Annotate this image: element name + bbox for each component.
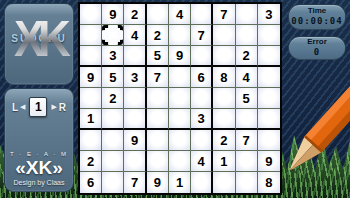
cell-r5c4[interactable] bbox=[147, 88, 169, 109]
cell-r4c2[interactable]: 5 bbox=[102, 67, 124, 88]
cell-r2c1[interactable] bbox=[80, 25, 102, 46]
cell-r5c8[interactable]: 5 bbox=[236, 88, 258, 109]
cell-r9c6[interactable] bbox=[191, 172, 213, 193]
cell-r6c8[interactable] bbox=[236, 109, 258, 130]
cell-r2c6[interactable]: 7 bbox=[191, 25, 213, 46]
cell-r8c4[interactable] bbox=[147, 151, 169, 172]
cell-number: 7 bbox=[131, 175, 138, 190]
cell-number: 3 bbox=[265, 7, 272, 22]
cell-r2c5[interactable] bbox=[169, 25, 191, 46]
cell-number: 2 bbox=[220, 133, 227, 148]
cell-number: 9 bbox=[109, 7, 116, 22]
error-value: 0 bbox=[314, 47, 320, 58]
error-panel: Error 0 bbox=[288, 36, 346, 60]
cell-r8c6[interactable]: 4 bbox=[191, 151, 213, 172]
cell-number: 2 bbox=[109, 91, 116, 106]
cell-r7c6[interactable] bbox=[191, 130, 213, 151]
cell-r5c2[interactable]: 2 bbox=[102, 88, 124, 109]
cell-r4c6[interactable]: 6 bbox=[191, 67, 213, 88]
cell-r6c5[interactable] bbox=[169, 109, 191, 130]
cell-r7c3[interactable]: 9 bbox=[124, 130, 146, 151]
cell-number: 8 bbox=[265, 175, 272, 190]
cell-r9c4[interactable]: 9 bbox=[147, 172, 169, 193]
cell-r3c4[interactable]: 5 bbox=[147, 46, 169, 67]
cell-r4c4[interactable]: 7 bbox=[147, 67, 169, 88]
cell-r5c9[interactable] bbox=[258, 88, 280, 109]
cell-r7c8[interactable]: 7 bbox=[236, 130, 258, 151]
cell-number: 7 bbox=[154, 70, 161, 85]
cell-r1c5[interactable]: 4 bbox=[169, 4, 191, 25]
cell-number: 7 bbox=[198, 28, 205, 43]
cell-number: 8 bbox=[220, 70, 227, 85]
level-value: 1 bbox=[29, 97, 47, 117]
cell-r6c1[interactable]: 1 bbox=[80, 109, 102, 130]
cell-number: 1 bbox=[220, 154, 227, 169]
cell-r3c3[interactable] bbox=[124, 46, 146, 67]
cell-r1c6[interactable] bbox=[191, 4, 213, 25]
level-increase-arrow-icon[interactable]: ▶ bbox=[51, 103, 56, 111]
cell-r7c1[interactable] bbox=[80, 130, 102, 151]
cell-r8c8[interactable] bbox=[236, 151, 258, 172]
cell-number: 7 bbox=[220, 7, 227, 22]
cell-r6c7[interactable] bbox=[213, 109, 235, 130]
cell-number: 3 bbox=[131, 70, 138, 85]
cell-r3c9[interactable] bbox=[258, 46, 280, 67]
cell-number: 3 bbox=[109, 48, 116, 63]
level-decrease-arrow-icon[interactable]: ◀ bbox=[20, 103, 25, 111]
cell-r1c3[interactable]: 2 bbox=[124, 4, 146, 25]
level-increase-button[interactable]: R bbox=[59, 102, 66, 113]
cell-r9c2[interactable] bbox=[102, 172, 124, 193]
cell-number: 6 bbox=[87, 175, 94, 190]
cell-r9c3[interactable]: 7 bbox=[124, 172, 146, 193]
cell-r6c6[interactable]: 3 bbox=[191, 109, 213, 130]
cell-number: 5 bbox=[154, 48, 161, 63]
sudoku-board: 92473427359295376842513927241967918 bbox=[78, 2, 282, 195]
cell-r5c5[interactable] bbox=[169, 88, 191, 109]
cell-number: 9 bbox=[176, 48, 183, 63]
cell-r9c8[interactable] bbox=[236, 172, 258, 193]
cell-r1c4[interactable] bbox=[147, 4, 169, 25]
cell-r8c2[interactable] bbox=[102, 151, 124, 172]
level-decrease-button[interactable]: L bbox=[12, 102, 18, 113]
cell-number: 4 bbox=[176, 7, 183, 22]
cell-r5c1[interactable] bbox=[80, 88, 102, 109]
level-selector: L ◀ 1 ▶ R bbox=[5, 97, 73, 117]
cell-number: 2 bbox=[131, 7, 138, 22]
cell-r6c9[interactable] bbox=[258, 109, 280, 130]
error-label: Error bbox=[307, 38, 327, 47]
cell-r8c9[interactable]: 9 bbox=[258, 151, 280, 172]
xk-logo: XK bbox=[5, 10, 73, 70]
cell-number: 2 bbox=[87, 154, 94, 169]
cell-number: 4 bbox=[131, 28, 138, 43]
cell-r9c5[interactable]: 1 bbox=[169, 172, 191, 193]
cell-r3c6[interactable] bbox=[191, 46, 213, 67]
cell-r8c1[interactable]: 2 bbox=[80, 151, 102, 172]
cell-r2c2[interactable] bbox=[102, 25, 124, 46]
cell-number: 6 bbox=[198, 70, 205, 85]
time-panel: Time 00:00:04 bbox=[288, 4, 346, 30]
cell-r6c4[interactable] bbox=[147, 109, 169, 130]
cell-number: 9 bbox=[265, 154, 272, 169]
control-panel: L ◀ 1 ▶ R T · E · A · M «XK» Design by C… bbox=[4, 88, 74, 192]
cell-number: 9 bbox=[131, 133, 138, 148]
cell-number: 4 bbox=[243, 70, 250, 85]
cell-number: 7 bbox=[243, 133, 250, 148]
cell-r1c8[interactable] bbox=[236, 4, 258, 25]
cell-number: 1 bbox=[87, 111, 94, 126]
cell-r7c9[interactable] bbox=[258, 130, 280, 151]
cell-r9c1[interactable]: 6 bbox=[80, 172, 102, 193]
cell-r4c9[interactable] bbox=[258, 67, 280, 88]
cell-number: 1 bbox=[176, 175, 183, 190]
cell-r2c8[interactable] bbox=[236, 25, 258, 46]
cell-r5c7[interactable] bbox=[213, 88, 235, 109]
cell-r8c5[interactable] bbox=[169, 151, 191, 172]
cell-r6c2[interactable] bbox=[102, 109, 124, 130]
cell-r3c1[interactable] bbox=[80, 46, 102, 67]
cell-r3c8[interactable]: 2 bbox=[236, 46, 258, 67]
design-credit: Design by Claas bbox=[5, 179, 73, 186]
cell-r2c3[interactable]: 4 bbox=[124, 25, 146, 46]
cell-r5c6[interactable] bbox=[191, 88, 213, 109]
cell-r2c4[interactable]: 2 bbox=[147, 25, 169, 46]
team-logo: T · E · A · M «XK» Design by Claas bbox=[5, 151, 73, 186]
cursor-notch bbox=[108, 38, 118, 46]
cell-r8c7[interactable]: 1 bbox=[213, 151, 235, 172]
cell-r8c3[interactable] bbox=[124, 151, 146, 172]
cell-r3c7[interactable] bbox=[213, 46, 235, 67]
cell-r4c8[interactable]: 4 bbox=[236, 67, 258, 88]
game-window: SUDOKU XK L ◀ 1 ▶ R T · E · A · M «XK» D… bbox=[0, 0, 350, 198]
cell-r7c5[interactable] bbox=[169, 130, 191, 151]
cell-number: 5 bbox=[109, 70, 116, 85]
cell-number: 5 bbox=[243, 91, 250, 106]
time-value: 00:00:04 bbox=[291, 16, 342, 27]
cell-r3c5[interactable]: 9 bbox=[169, 46, 191, 67]
cell-r5c3[interactable] bbox=[124, 88, 146, 109]
cell-r6c3[interactable] bbox=[124, 109, 146, 130]
cell-r7c4[interactable] bbox=[147, 130, 169, 151]
cell-r4c3[interactable]: 3 bbox=[124, 67, 146, 88]
cell-r2c9[interactable] bbox=[258, 25, 280, 46]
time-label: Time bbox=[308, 7, 327, 16]
cell-r1c1[interactable] bbox=[80, 4, 102, 25]
cell-r7c7[interactable]: 2 bbox=[213, 130, 235, 151]
cell-r1c2[interactable]: 9 bbox=[102, 4, 124, 25]
cell-number: 2 bbox=[243, 48, 250, 63]
cell-r1c9[interactable]: 3 bbox=[258, 4, 280, 25]
cell-r1c7[interactable]: 7 bbox=[213, 4, 235, 25]
cell-number: 2 bbox=[154, 28, 161, 43]
cell-number: 9 bbox=[154, 175, 161, 190]
cell-r4c1[interactable]: 9 bbox=[80, 67, 102, 88]
cell-r4c7[interactable]: 8 bbox=[213, 67, 235, 88]
cell-r4c5[interactable] bbox=[169, 67, 191, 88]
cell-r9c7[interactable] bbox=[213, 172, 235, 193]
cell-r3c2[interactable]: 3 bbox=[102, 46, 124, 67]
cell-r7c2[interactable] bbox=[102, 130, 124, 151]
cell-number: 9 bbox=[87, 70, 94, 85]
cell-number: 3 bbox=[198, 111, 205, 126]
cell-r2c7[interactable] bbox=[213, 25, 235, 46]
cell-r9c9[interactable]: 8 bbox=[258, 172, 280, 193]
cursor-notch bbox=[116, 30, 124, 40]
logo-panel: SUDOKU XK bbox=[4, 3, 74, 85]
cell-number: 4 bbox=[198, 154, 205, 169]
team-brand: «XK» bbox=[5, 158, 73, 177]
